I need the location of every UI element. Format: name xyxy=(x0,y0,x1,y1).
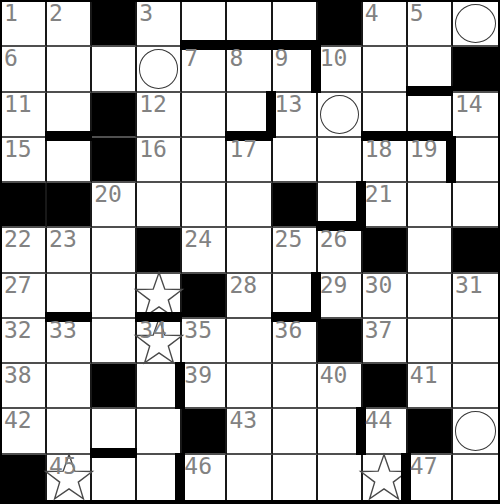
cell-r8c7[interactable]: 36 xyxy=(273,319,318,364)
clue-number: 30 xyxy=(365,273,393,297)
cell-r4c11[interactable] xyxy=(453,138,498,183)
cell-r2c8[interactable]: 10 xyxy=(318,47,363,92)
cell-r5c10[interactable] xyxy=(408,183,453,228)
cell-r1c10[interactable]: 5 xyxy=(408,2,453,47)
cell-r6c5[interactable]: 24 xyxy=(182,228,227,273)
clue-number: 47 xyxy=(410,454,438,478)
cell-r9c1[interactable]: 38 xyxy=(2,364,47,409)
cell-r5c5[interactable] xyxy=(182,183,227,228)
cell-r7c2[interactable] xyxy=(47,274,92,319)
block-r6c9 xyxy=(363,228,408,273)
clue-number: 6 xyxy=(4,46,18,70)
cell-r11c11[interactable] xyxy=(453,455,498,500)
block-r1c8 xyxy=(318,2,363,47)
cell-r2c9[interactable] xyxy=(363,47,408,92)
cell-r7c10[interactable] xyxy=(408,274,453,319)
cell-r4c9[interactable]: 18 xyxy=(363,138,408,183)
word-divider-bar-right xyxy=(446,136,456,183)
block-r9c9 xyxy=(363,364,408,409)
cell-r11c3[interactable] xyxy=(92,455,137,500)
cell-r7c9[interactable]: 30 xyxy=(363,274,408,319)
cell-r3c2[interactable] xyxy=(47,93,92,138)
clue-number: 22 xyxy=(4,227,32,251)
cell-r9c8[interactable]: 40 xyxy=(318,364,363,409)
clue-number: 26 xyxy=(320,227,348,251)
cell-r11c6[interactable] xyxy=(227,455,272,500)
clue-number: 12 xyxy=(139,92,167,116)
cell-r3c1[interactable]: 11 xyxy=(2,93,47,138)
cell-r7c3[interactable] xyxy=(92,274,137,319)
clue-number: 37 xyxy=(365,318,393,342)
cell-r10c3[interactable] xyxy=(92,409,137,454)
clue-number: 5 xyxy=(410,1,424,25)
cell-r2c5[interactable]: 7 xyxy=(182,47,227,92)
cell-r8c6[interactable] xyxy=(227,319,272,364)
cell-r9c5[interactable]: 39 xyxy=(182,364,227,409)
cell-r9c4[interactable] xyxy=(137,364,182,409)
clue-number: 27 xyxy=(4,273,32,297)
cell-r10c4[interactable] xyxy=(137,409,182,454)
block-r6c4 xyxy=(137,228,182,273)
block-r5c2 xyxy=(47,183,92,228)
cell-r11c10[interactable]: 47 xyxy=(408,455,453,500)
circle-marker xyxy=(139,49,178,88)
clue-number: 41 xyxy=(410,363,438,387)
circle-marker xyxy=(455,4,496,43)
cell-r3c6[interactable] xyxy=(227,93,272,138)
block-r4c3 xyxy=(92,138,137,183)
cell-r5c6[interactable] xyxy=(227,183,272,228)
clue-number: 34 xyxy=(139,318,167,342)
cell-r8c4[interactable]: 34 xyxy=(137,319,182,364)
clue-number: 7 xyxy=(184,46,198,70)
block-r9c3 xyxy=(92,364,137,409)
cell-r10c8[interactable] xyxy=(318,409,363,454)
cell-r7c8[interactable]: 29 xyxy=(318,274,363,319)
clue-number: 10 xyxy=(320,46,348,70)
block-r8c8 xyxy=(318,319,363,364)
cell-r8c9[interactable]: 37 xyxy=(363,319,408,364)
block-r1c3 xyxy=(92,2,137,47)
clue-number: 29 xyxy=(320,273,348,297)
cell-r3c5[interactable] xyxy=(182,93,227,138)
cell-r11c2[interactable]: 45 xyxy=(47,455,92,500)
cell-r10c9[interactable]: 44 xyxy=(363,409,408,454)
cell-r3c4[interactable]: 12 xyxy=(137,93,182,138)
block-r3c3 xyxy=(92,93,137,138)
cell-r5c3[interactable]: 20 xyxy=(92,183,137,228)
cell-r1c9[interactable]: 4 xyxy=(363,2,408,47)
clue-number: 13 xyxy=(275,92,303,116)
clue-number: 4 xyxy=(365,1,379,25)
cell-r1c2[interactable]: 2 xyxy=(47,2,92,47)
cell-r5c4[interactable] xyxy=(137,183,182,228)
block-r5c1 xyxy=(2,183,47,228)
clue-number: 14 xyxy=(455,92,483,116)
cell-r6c2[interactable]: 23 xyxy=(47,228,92,273)
block-r10c10 xyxy=(408,409,453,454)
clue-number: 45 xyxy=(49,454,77,478)
clue-number: 2 xyxy=(49,1,63,25)
cell-r8c1[interactable]: 32 xyxy=(2,319,47,364)
cell-r3c8[interactable] xyxy=(318,93,363,138)
clue-number: 33 xyxy=(49,318,77,342)
cell-r7c1[interactable]: 27 xyxy=(2,274,47,319)
clue-number: 38 xyxy=(4,363,32,387)
clue-number: 19 xyxy=(410,137,438,161)
clue-number: 18 xyxy=(365,137,393,161)
clue-number: 31 xyxy=(455,273,483,297)
cell-r10c7[interactable] xyxy=(273,409,318,454)
cell-r2c7[interactable]: 9 xyxy=(273,47,318,92)
crossword-grid: 1234567891011121314151617181920212223242… xyxy=(0,0,500,504)
clue-number: 21 xyxy=(365,182,393,206)
block-r6c11 xyxy=(453,228,498,273)
clue-number: 20 xyxy=(94,182,122,206)
cell-r4c2[interactable] xyxy=(47,138,92,183)
cell-r4c4[interactable]: 16 xyxy=(137,138,182,183)
block-r2c11 xyxy=(453,47,498,92)
word-divider-bar-bottom xyxy=(45,131,92,141)
clue-number: 1 xyxy=(4,1,18,25)
cell-r9c11[interactable] xyxy=(453,364,498,409)
clue-number: 23 xyxy=(49,227,77,251)
clue-number: 46 xyxy=(184,454,212,478)
cell-r6c7[interactable]: 25 xyxy=(273,228,318,273)
block-r7c5 xyxy=(182,274,227,319)
cell-r5c9[interactable]: 21 xyxy=(363,183,408,228)
cell-r8c2[interactable]: 33 xyxy=(47,319,92,364)
cell-r5c11[interactable] xyxy=(453,183,498,228)
clue-number: 11 xyxy=(4,92,32,116)
cell-r3c11[interactable]: 14 xyxy=(453,93,498,138)
word-divider-bar-bottom xyxy=(90,448,137,458)
cell-r8c3[interactable] xyxy=(92,319,137,364)
cell-r9c10[interactable]: 41 xyxy=(408,364,453,409)
clue-number: 8 xyxy=(229,46,243,70)
cell-r8c11[interactable] xyxy=(453,319,498,364)
cell-r7c4[interactable] xyxy=(137,274,182,319)
cell-r11c8[interactable] xyxy=(318,455,363,500)
block-r10c5 xyxy=(182,409,227,454)
cell-r10c2[interactable] xyxy=(47,409,92,454)
clue-number: 3 xyxy=(139,1,153,25)
cell-r11c7[interactable] xyxy=(273,455,318,500)
cell-r10c6[interactable]: 43 xyxy=(227,409,272,454)
cell-r2c3[interactable] xyxy=(92,47,137,92)
cell-r9c2[interactable] xyxy=(47,364,92,409)
clue-number: 16 xyxy=(139,137,167,161)
cell-r6c8[interactable]: 26 xyxy=(318,228,363,273)
cell-r3c7[interactable]: 13 xyxy=(273,93,318,138)
cell-r2c4[interactable] xyxy=(137,47,182,92)
cell-r6c3[interactable] xyxy=(92,228,137,273)
word-divider-bar-bottom xyxy=(406,86,453,96)
cell-r6c6[interactable] xyxy=(227,228,272,273)
clue-number: 36 xyxy=(275,318,303,342)
cell-r9c7[interactable] xyxy=(273,364,318,409)
cell-r1c1[interactable]: 1 xyxy=(2,2,47,47)
cell-r11c9[interactable] xyxy=(363,455,408,500)
cell-r8c5[interactable]: 35 xyxy=(182,319,227,364)
circle-marker xyxy=(320,95,359,134)
cell-r7c7[interactable] xyxy=(273,274,318,319)
clue-number: 28 xyxy=(229,273,257,297)
clue-number: 32 xyxy=(4,318,32,342)
cell-r5c8[interactable] xyxy=(318,183,363,228)
clue-number: 17 xyxy=(229,137,257,161)
clue-number: 35 xyxy=(184,318,212,342)
cell-r1c11[interactable] xyxy=(453,2,498,47)
cell-r2c1[interactable]: 6 xyxy=(2,47,47,92)
cell-r6c1[interactable]: 22 xyxy=(2,228,47,273)
clue-number: 43 xyxy=(229,408,257,432)
cell-r4c8[interactable] xyxy=(318,138,363,183)
cell-r1c5[interactable] xyxy=(182,2,227,47)
cell-r4c10[interactable]: 19 xyxy=(408,138,453,183)
cell-r4c7[interactable] xyxy=(273,138,318,183)
cell-r3c9[interactable] xyxy=(363,93,408,138)
circle-marker xyxy=(455,411,496,450)
cell-r7c6[interactable]: 28 xyxy=(227,274,272,319)
cell-r8c10[interactable] xyxy=(408,319,453,364)
cell-r3c10[interactable] xyxy=(408,93,453,138)
cell-r1c6[interactable] xyxy=(227,2,272,47)
cell-r4c5[interactable] xyxy=(182,138,227,183)
clue-number: 44 xyxy=(365,408,393,432)
cell-r9c6[interactable] xyxy=(227,364,272,409)
clue-number: 39 xyxy=(184,363,212,387)
cell-r2c6[interactable]: 8 xyxy=(227,47,272,92)
clue-number: 25 xyxy=(275,227,303,251)
cell-r11c4[interactable] xyxy=(137,455,182,500)
block-r11c1 xyxy=(2,455,47,500)
clue-number: 42 xyxy=(4,408,32,432)
clue-number: 9 xyxy=(275,46,289,70)
clue-number: 40 xyxy=(320,363,348,387)
cell-r10c1[interactable]: 42 xyxy=(2,409,47,454)
cell-r11c5[interactable]: 46 xyxy=(182,455,227,500)
clue-number: 15 xyxy=(4,137,32,161)
cell-r2c10[interactable] xyxy=(408,47,453,92)
cell-r4c1[interactable]: 15 xyxy=(2,138,47,183)
cell-r10c11[interactable] xyxy=(453,409,498,454)
cell-r6c10[interactable] xyxy=(408,228,453,273)
block-r5c7 xyxy=(273,183,318,228)
cell-r2c2[interactable] xyxy=(47,47,92,92)
cell-r7c11[interactable]: 31 xyxy=(453,274,498,319)
clue-number: 24 xyxy=(184,227,212,251)
cell-r1c4[interactable]: 3 xyxy=(137,2,182,47)
cell-r1c7[interactable] xyxy=(273,2,318,47)
cell-r4c6[interactable]: 17 xyxy=(227,138,272,183)
